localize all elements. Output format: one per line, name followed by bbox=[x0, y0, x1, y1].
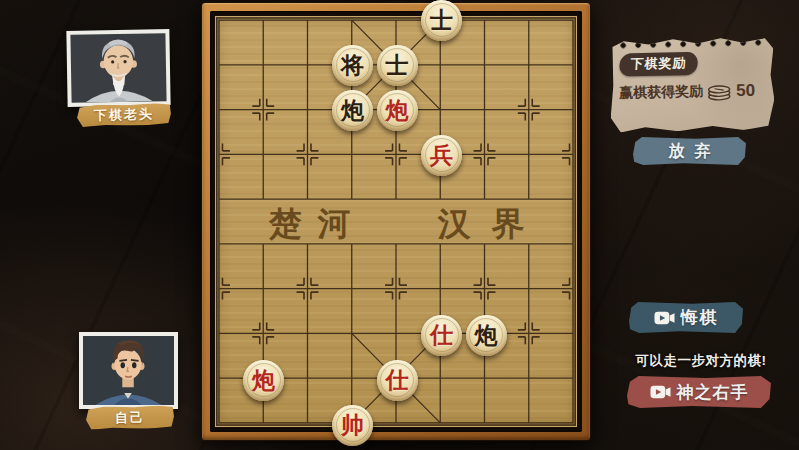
reward-note: 下棋奖励 赢棋获得奖励 50 bbox=[609, 35, 775, 132]
resign-button[interactable]: 放弃 bbox=[633, 137, 746, 165]
red-piece-兵[interactable]: 兵 bbox=[421, 135, 462, 176]
reward-description: 赢棋获得奖励 bbox=[619, 83, 703, 103]
xiangqi-game-screen: 下棋老头 自己 bbox=[0, 0, 799, 450]
god-hand-hint-text: 可以走一步对方的棋! bbox=[625, 352, 777, 370]
piece-character: 炮 bbox=[475, 324, 498, 347]
opponent-name: 下棋老头 bbox=[94, 105, 154, 125]
opponent-avatar-card[interactable] bbox=[66, 29, 170, 107]
video-ad-icon bbox=[650, 384, 671, 400]
red-piece-仕[interactable]: 仕 bbox=[421, 315, 462, 356]
board-field[interactable]: 楚河 汉界 士将士炮炮兵仕炮炮仕帅 bbox=[216, 17, 576, 426]
undo-move-button[interactable]: 悔棋 bbox=[629, 302, 743, 333]
self-name: 自己 bbox=[115, 408, 145, 427]
piece-character: 仕 bbox=[430, 324, 453, 347]
piece-character: 将 bbox=[341, 54, 364, 77]
god-hand-button-label: 神之右手 bbox=[677, 381, 749, 404]
piece-character: 兵 bbox=[430, 144, 453, 167]
opponent-avatar-photo bbox=[70, 33, 166, 103]
piece-character: 士 bbox=[386, 54, 409, 77]
black-piece-士[interactable]: 士 bbox=[377, 45, 418, 86]
video-ad-icon bbox=[654, 310, 675, 326]
opponent-name-banner: 下棋老头 bbox=[77, 103, 172, 127]
note-perforation bbox=[619, 39, 763, 50]
red-piece-炮[interactable]: 炮 bbox=[243, 360, 284, 401]
red-piece-帅[interactable]: 帅 bbox=[332, 405, 373, 446]
reward-amount: 50 bbox=[736, 81, 755, 101]
money-stack-icon bbox=[706, 82, 732, 102]
piece-character: 仕 bbox=[386, 369, 409, 392]
self-name-banner: 自己 bbox=[86, 405, 174, 430]
resign-button-label: 放弃 bbox=[669, 141, 721, 162]
piece-character: 帅 bbox=[341, 414, 364, 437]
self-avatar-card[interactable] bbox=[79, 332, 178, 409]
piece-character: 炮 bbox=[341, 99, 364, 122]
black-piece-炮[interactable]: 炮 bbox=[466, 315, 507, 356]
piece-character: 士 bbox=[430, 9, 453, 32]
old-man-avatar-illustration bbox=[70, 33, 166, 103]
black-piece-将[interactable]: 将 bbox=[332, 45, 373, 86]
black-piece-士[interactable]: 士 bbox=[421, 0, 462, 41]
piece-character: 炮 bbox=[252, 369, 275, 392]
red-piece-仕[interactable]: 仕 bbox=[377, 360, 418, 401]
xiangqi-board: 楚河 汉界 士将士炮炮兵仕炮炮仕帅 bbox=[201, 2, 591, 441]
self-avatar-photo bbox=[83, 336, 174, 405]
god-hand-button[interactable]: 神之右手 bbox=[627, 376, 771, 408]
black-piece-炮[interactable]: 炮 bbox=[332, 90, 373, 131]
young-man-avatar-illustration bbox=[83, 336, 174, 405]
pieces-layer: 士将士炮炮兵仕炮炮仕帅 bbox=[216, 17, 576, 426]
red-piece-炮[interactable]: 炮 bbox=[377, 90, 418, 131]
undo-button-label: 悔棋 bbox=[681, 306, 719, 329]
reward-title-badge: 下棋奖励 bbox=[619, 52, 699, 77]
piece-character: 炮 bbox=[386, 99, 409, 122]
